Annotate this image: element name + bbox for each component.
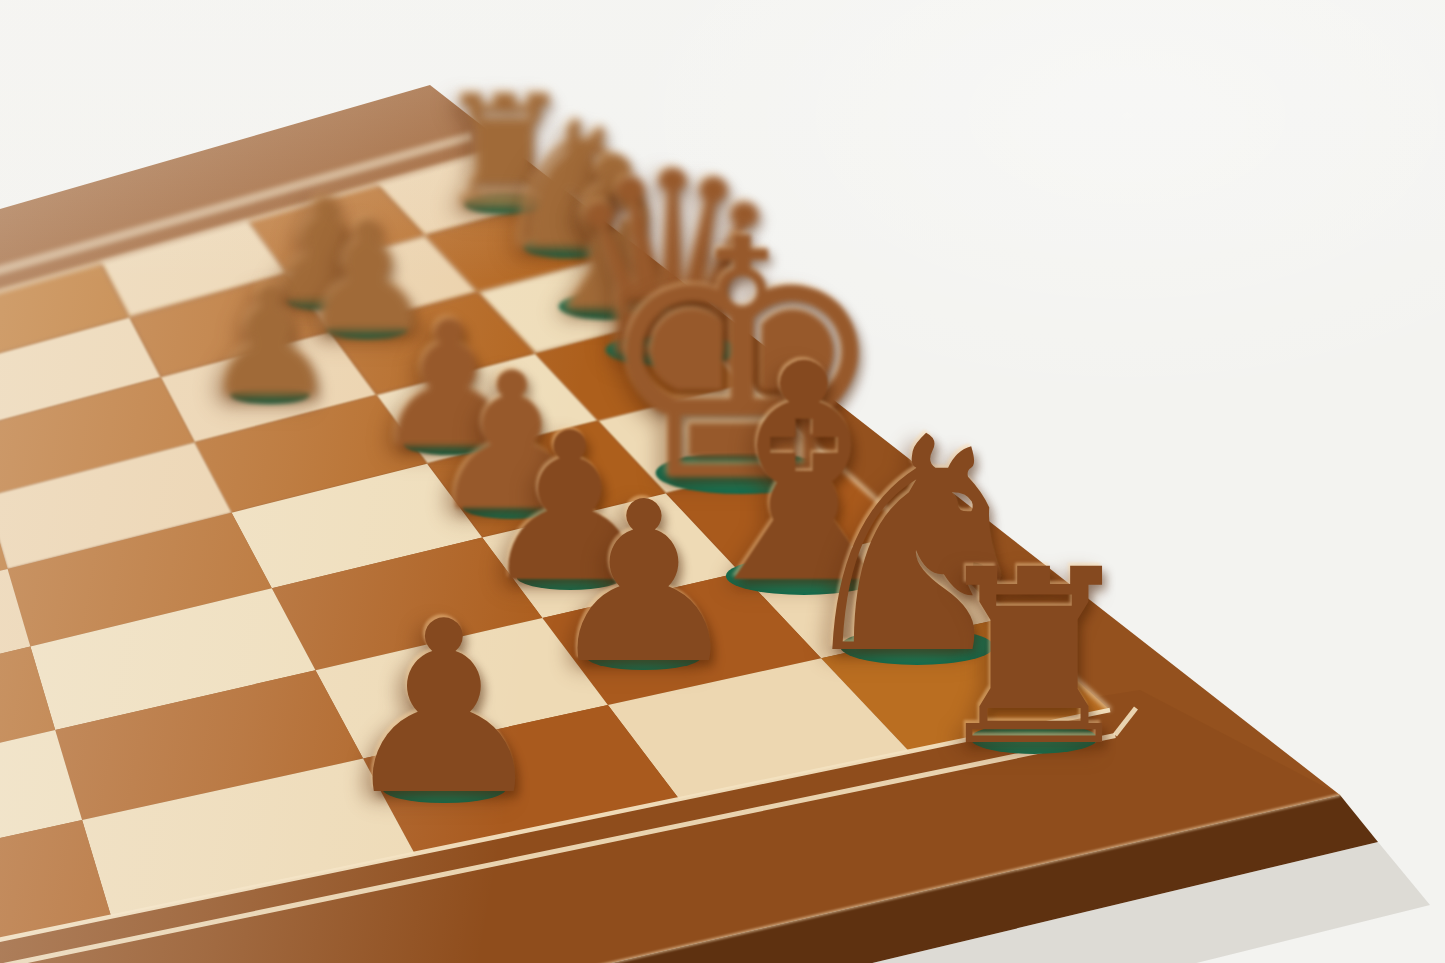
piece-black-pawn-e5[interactable]: ♟ xyxy=(337,590,550,828)
chess-photo: ♜♞♟♝♟♛♟♟♚♟♝♟♞♟♜♟ xyxy=(0,0,1445,963)
photo-background: { "game": "chess", "scene": "overhead-an… xyxy=(0,0,1445,963)
piece-black-pawn-h7[interactable]: ♟ xyxy=(202,267,338,419)
piece-black-pawn-g7[interactable]: ♟ xyxy=(544,472,743,694)
piece-black-rook-h8[interactable]: ♜ xyxy=(926,537,1143,779)
